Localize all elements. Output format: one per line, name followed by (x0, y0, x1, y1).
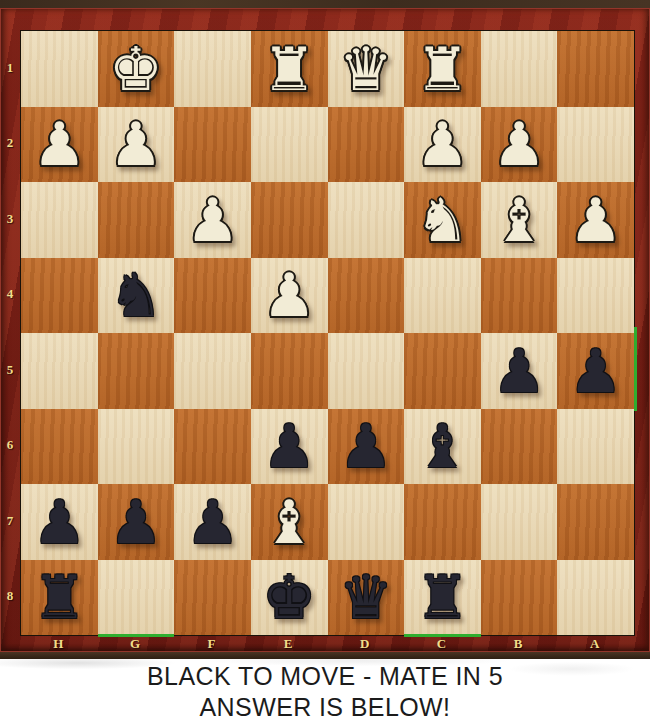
square-h5[interactable] (21, 333, 98, 409)
square-h8[interactable]: ♜ (21, 560, 98, 636)
square-a7[interactable] (557, 484, 634, 560)
white-pawn: ♟ (416, 114, 470, 174)
black-queen: ♛ (339, 567, 393, 627)
square-d1[interactable]: ♛ (328, 31, 405, 107)
white-rook: ♜ (262, 39, 316, 99)
square-f4[interactable] (174, 258, 251, 334)
square-f7[interactable]: ♟ (174, 484, 251, 560)
square-g1[interactable]: ♚ (98, 31, 175, 107)
square-a6[interactable] (557, 409, 634, 485)
square-e5[interactable] (251, 333, 328, 409)
square-e6[interactable]: ♟ (251, 409, 328, 485)
square-b4[interactable] (481, 258, 558, 334)
black-pawn: ♟ (32, 492, 86, 552)
square-e1[interactable]: ♜ (251, 31, 328, 107)
file-label-e: E (250, 636, 327, 652)
square-a8[interactable] (557, 560, 634, 636)
white-bishop: ♝ (492, 190, 546, 250)
square-h1[interactable] (21, 31, 98, 107)
highlight-c8 (404, 634, 481, 637)
file-label-h: H (20, 636, 97, 652)
rank-label-7: 7 (0, 483, 20, 559)
black-pawn: ♟ (186, 492, 240, 552)
square-d5[interactable] (328, 333, 405, 409)
white-pawn: ♟ (262, 265, 316, 325)
square-g2[interactable]: ♟ (98, 107, 175, 183)
wood-background-bottom (0, 652, 650, 659)
rank-label-6: 6 (0, 408, 20, 484)
square-h2[interactable]: ♟ (21, 107, 98, 183)
file-label-g: G (97, 636, 174, 652)
square-d6[interactable]: ♟ (328, 409, 405, 485)
board-frame: 12345678 ♚♜♛♜♟♟♟♟♟♞♝♟♞♟♟♟♟♟♝♟♟♟♝♜♚♛♜ HGF… (0, 8, 650, 652)
rank-label-4: 4 (0, 257, 20, 333)
square-c1[interactable]: ♜ (404, 31, 481, 107)
file-label-d: D (327, 636, 404, 652)
square-e2[interactable] (251, 107, 328, 183)
white-pawn: ♟ (32, 114, 86, 174)
white-pawn: ♟ (569, 190, 623, 250)
square-h3[interactable] (21, 182, 98, 258)
square-e8[interactable]: ♚ (251, 560, 328, 636)
square-b3[interactable]: ♝ (481, 182, 558, 258)
black-pawn: ♟ (262, 416, 316, 476)
black-pawn: ♟ (492, 341, 546, 401)
white-knight: ♞ (416, 190, 470, 250)
square-b2[interactable]: ♟ (481, 107, 558, 183)
square-f3[interactable]: ♟ (174, 182, 251, 258)
square-g8[interactable] (98, 560, 175, 636)
black-rook: ♜ (32, 567, 86, 627)
square-f2[interactable] (174, 107, 251, 183)
square-e4[interactable]: ♟ (251, 258, 328, 334)
caption-line-2: ANSWER IS BELOW! (200, 694, 451, 722)
square-h7[interactable]: ♟ (21, 484, 98, 560)
board-grid: ♚♜♛♜♟♟♟♟♟♞♝♟♞♟♟♟♟♟♝♟♟♟♝♜♚♛♜ (20, 30, 635, 636)
square-f6[interactable] (174, 409, 251, 485)
square-b6[interactable] (481, 409, 558, 485)
highlight-g8 (98, 634, 175, 637)
square-c8[interactable]: ♜ (404, 560, 481, 636)
square-b7[interactable] (481, 484, 558, 560)
square-c6[interactable]: ♝ (404, 409, 481, 485)
square-g3[interactable] (98, 182, 175, 258)
square-g4[interactable]: ♞ (98, 258, 175, 334)
highlight-a5 (634, 327, 637, 411)
square-d7[interactable] (328, 484, 405, 560)
square-d4[interactable] (328, 258, 405, 334)
white-pawn: ♟ (109, 114, 163, 174)
square-d8[interactable]: ♛ (328, 560, 405, 636)
square-c7[interactable] (404, 484, 481, 560)
square-a2[interactable] (557, 107, 634, 183)
square-g5[interactable] (98, 333, 175, 409)
black-rook: ♜ (416, 567, 470, 627)
square-f1[interactable] (174, 31, 251, 107)
caption-line-1: BLACK TO MOVE - MATE IN 5 (147, 663, 503, 691)
square-f8[interactable] (174, 560, 251, 636)
square-c3[interactable]: ♞ (404, 182, 481, 258)
file-label-c: C (403, 636, 480, 652)
square-f5[interactable] (174, 333, 251, 409)
square-h4[interactable] (21, 258, 98, 334)
rank-label-3: 3 (0, 181, 20, 257)
white-bishop: ♝ (262, 492, 316, 552)
square-c4[interactable] (404, 258, 481, 334)
black-king: ♚ (262, 567, 316, 627)
square-a4[interactable] (557, 258, 634, 334)
rank-labels: 12345678 (0, 30, 20, 634)
square-b5[interactable]: ♟ (481, 333, 558, 409)
black-knight: ♞ (109, 265, 163, 325)
file-labels: HGFEDCBA (20, 636, 633, 652)
square-a1[interactable] (557, 31, 634, 107)
caption-area: BLACK TO MOVE - MATE IN 5 ANSWER IS BELO… (0, 659, 650, 725)
white-pawn: ♟ (186, 190, 240, 250)
rank-label-8: 8 (0, 559, 20, 635)
square-b8[interactable] (481, 560, 558, 636)
square-e7[interactable]: ♝ (251, 484, 328, 560)
square-d2[interactable] (328, 107, 405, 183)
file-label-f: F (173, 636, 250, 652)
square-d3[interactable] (328, 182, 405, 258)
rank-label-1: 1 (0, 30, 20, 106)
chess-puzzle-screenshot: 12345678 ♚♜♛♜♟♟♟♟♟♞♝♟♞♟♟♟♟♟♝♟♟♟♝♜♚♛♜ HGF… (0, 0, 650, 725)
square-b1[interactable] (481, 31, 558, 107)
square-e3[interactable] (251, 182, 328, 258)
wood-background-top (0, 0, 650, 8)
square-a3[interactable]: ♟ (557, 182, 634, 258)
white-king: ♚ (109, 39, 163, 99)
square-a5[interactable]: ♟ (557, 333, 634, 409)
black-pawn: ♟ (339, 416, 393, 476)
black-pawn: ♟ (109, 492, 163, 552)
square-h6[interactable] (21, 409, 98, 485)
square-g6[interactable] (98, 409, 175, 485)
white-rook: ♜ (416, 39, 470, 99)
square-c5[interactable] (404, 333, 481, 409)
file-label-a: A (556, 636, 633, 652)
white-queen: ♛ (339, 39, 393, 99)
black-pawn: ♟ (569, 341, 623, 401)
rank-label-5: 5 (0, 332, 20, 408)
white-pawn: ♟ (492, 114, 546, 174)
black-bishop: ♝ (416, 416, 470, 476)
square-g7[interactable]: ♟ (98, 484, 175, 560)
square-c2[interactable]: ♟ (404, 107, 481, 183)
rank-label-2: 2 (0, 106, 20, 182)
file-label-b: B (480, 636, 557, 652)
